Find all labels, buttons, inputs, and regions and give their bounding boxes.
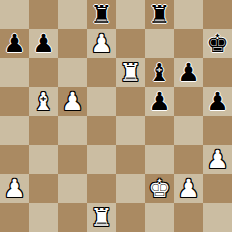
square-f8[interactable]: ♜ <box>145 0 174 29</box>
square-e6[interactable]: ♜ <box>116 58 145 87</box>
square-d1[interactable]: ♜ <box>87 203 116 232</box>
black-pawn-icon[interactable]: ♟ <box>3 29 25 58</box>
square-c8[interactable] <box>58 0 87 29</box>
square-d3[interactable] <box>87 145 116 174</box>
square-g6[interactable]: ♟ <box>174 58 203 87</box>
square-d5[interactable] <box>87 87 116 116</box>
square-h4[interactable] <box>203 116 232 145</box>
square-c5[interactable]: ♟ <box>58 87 87 116</box>
square-f4[interactable] <box>145 116 174 145</box>
black-king-icon[interactable]: ♚ <box>206 29 228 58</box>
white-bishop-icon[interactable]: ♝ <box>32 87 54 116</box>
square-f5[interactable]: ♟ <box>145 87 174 116</box>
square-g5[interactable] <box>174 87 203 116</box>
square-h3[interactable]: ♟ <box>203 145 232 174</box>
square-c2[interactable] <box>58 174 87 203</box>
square-f7[interactable] <box>145 29 174 58</box>
square-f6[interactable]: ♝ <box>145 58 174 87</box>
square-c6[interactable] <box>58 58 87 87</box>
black-rook-icon[interactable]: ♜ <box>148 0 170 29</box>
square-h2[interactable] <box>203 174 232 203</box>
square-a8[interactable] <box>0 0 29 29</box>
square-e2[interactable] <box>116 174 145 203</box>
white-king-icon[interactable]: ♚ <box>148 174 170 203</box>
white-pawn-icon[interactable]: ♟ <box>90 29 112 58</box>
square-g3[interactable] <box>174 145 203 174</box>
white-rook-icon[interactable]: ♜ <box>90 203 112 232</box>
square-e5[interactable] <box>116 87 145 116</box>
square-b8[interactable] <box>29 0 58 29</box>
white-pawn-icon[interactable]: ♟ <box>177 174 199 203</box>
square-h7[interactable]: ♚ <box>203 29 232 58</box>
black-pawn-icon[interactable]: ♟ <box>148 87 170 116</box>
square-g8[interactable] <box>174 0 203 29</box>
black-pawn-icon[interactable]: ♟ <box>32 29 54 58</box>
square-e3[interactable] <box>116 145 145 174</box>
white-pawn-icon[interactable]: ♟ <box>206 145 228 174</box>
square-g1[interactable] <box>174 203 203 232</box>
white-pawn-icon[interactable]: ♟ <box>3 174 25 203</box>
square-b6[interactable] <box>29 58 58 87</box>
square-a7[interactable]: ♟ <box>0 29 29 58</box>
square-g7[interactable] <box>174 29 203 58</box>
square-e4[interactable] <box>116 116 145 145</box>
square-d7[interactable]: ♟ <box>87 29 116 58</box>
white-rook-icon[interactable]: ♜ <box>119 58 141 87</box>
square-h6[interactable] <box>203 58 232 87</box>
square-a3[interactable] <box>0 145 29 174</box>
square-g4[interactable] <box>174 116 203 145</box>
chess-board: ♜♜♟♟♟♚♜♝♟♝♟♟♟♟♟♚♟♜ <box>0 0 232 232</box>
black-pawn-icon[interactable]: ♟ <box>206 87 228 116</box>
square-e1[interactable] <box>116 203 145 232</box>
black-bishop-icon[interactable]: ♝ <box>148 58 170 87</box>
square-d4[interactable] <box>87 116 116 145</box>
square-d6[interactable] <box>87 58 116 87</box>
square-h8[interactable] <box>203 0 232 29</box>
square-d2[interactable] <box>87 174 116 203</box>
square-b2[interactable] <box>29 174 58 203</box>
square-b5[interactable]: ♝ <box>29 87 58 116</box>
square-f3[interactable] <box>145 145 174 174</box>
white-pawn-icon[interactable]: ♟ <box>61 87 83 116</box>
square-c4[interactable] <box>58 116 87 145</box>
square-c1[interactable] <box>58 203 87 232</box>
square-a5[interactable] <box>0 87 29 116</box>
square-b1[interactable] <box>29 203 58 232</box>
square-e8[interactable] <box>116 0 145 29</box>
square-h1[interactable] <box>203 203 232 232</box>
square-b4[interactable] <box>29 116 58 145</box>
square-d8[interactable]: ♜ <box>87 0 116 29</box>
square-e7[interactable] <box>116 29 145 58</box>
square-a6[interactable] <box>0 58 29 87</box>
square-a2[interactable]: ♟ <box>0 174 29 203</box>
square-b3[interactable] <box>29 145 58 174</box>
square-c3[interactable] <box>58 145 87 174</box>
square-a4[interactable] <box>0 116 29 145</box>
black-pawn-icon[interactable]: ♟ <box>177 58 199 87</box>
square-f1[interactable] <box>145 203 174 232</box>
square-c7[interactable] <box>58 29 87 58</box>
square-g2[interactable]: ♟ <box>174 174 203 203</box>
square-f2[interactable]: ♚ <box>145 174 174 203</box>
black-rook-icon[interactable]: ♜ <box>90 0 112 29</box>
square-a1[interactable] <box>0 203 29 232</box>
square-b7[interactable]: ♟ <box>29 29 58 58</box>
square-h5[interactable]: ♟ <box>203 87 232 116</box>
